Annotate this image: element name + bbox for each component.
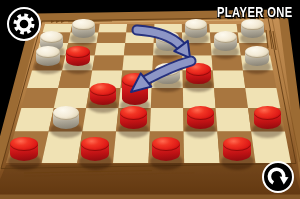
- game-screen: PLAYER ONE: [0, 0, 300, 199]
- rotate-clockwise-icon: [266, 165, 290, 189]
- undo-button[interactable]: [262, 161, 294, 193]
- checker-piece-white[interactable]: [36, 46, 60, 67]
- checker-piece-red[interactable]: [10, 137, 38, 161]
- checker-piece-white[interactable]: [155, 63, 180, 84]
- checker-piece-white[interactable]: [245, 46, 269, 67]
- checker-piece-red[interactable]: [90, 83, 116, 105]
- gear-icon: [12, 12, 36, 36]
- checker-piece-red[interactable]: [223, 137, 251, 161]
- checker-piece-red[interactable]: [66, 46, 90, 67]
- checker-piece-red-lifted[interactable]: [122, 73, 148, 105]
- checker-piece-white[interactable]: [156, 31, 179, 51]
- checker-piece-red[interactable]: [186, 63, 211, 84]
- checker-piece-white[interactable]: [72, 19, 95, 38]
- active-player-label: PLAYER ONE: [217, 4, 293, 20]
- checker-piece-white[interactable]: [53, 106, 80, 129]
- settings-button[interactable]: [7, 7, 41, 41]
- checker-piece-white[interactable]: [241, 19, 264, 38]
- checker-piece-white[interactable]: [185, 19, 208, 38]
- checker-piece-white[interactable]: [214, 31, 237, 51]
- checker-piece-red[interactable]: [152, 137, 180, 161]
- checker-piece-red[interactable]: [120, 106, 147, 129]
- checker-piece-red[interactable]: [254, 106, 281, 129]
- checker-piece-red[interactable]: [81, 137, 109, 161]
- pieces-layer: [0, 0, 300, 199]
- checker-piece-red[interactable]: [187, 106, 214, 129]
